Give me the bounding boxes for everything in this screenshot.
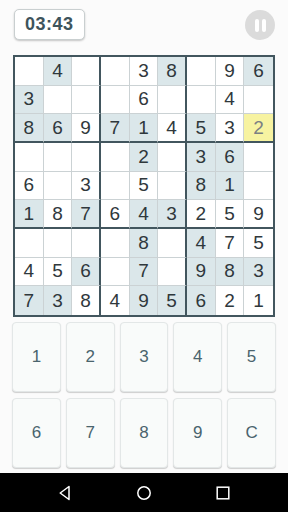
cell-r7c1[interactable] [15,229,44,258]
cell-r9c9[interactable]: 1 [244,286,273,315]
cell-r8c2[interactable]: 5 [44,258,73,287]
cell-r6c4[interactable]: 6 [101,200,130,229]
cell-r3c8[interactable]: 3 [216,114,245,143]
keypad-row-2: 6 7 8 9 C [12,398,276,468]
cell-r5c9[interactable] [244,172,273,201]
cell-r2c6[interactable] [158,86,187,115]
cell-r4c9[interactable] [244,143,273,172]
cell-r8c1[interactable]: 4 [15,258,44,287]
cell-r9c3[interactable]: 8 [72,286,101,315]
back-button[interactable] [56,484,74,502]
cell-r9c5[interactable]: 9 [130,286,159,315]
cell-r8c3[interactable]: 6 [72,258,101,287]
pause-button[interactable] [245,10,275,40]
pause-icon [262,19,266,32]
cell-r2c2[interactable] [44,86,73,115]
cell-r1c6[interactable]: 8 [158,57,187,86]
cell-r9c4[interactable]: 4 [101,286,130,315]
cell-r1c3[interactable] [72,57,101,86]
cell-r3c6[interactable]: 4 [158,114,187,143]
pause-icon [255,19,259,32]
header: 03:43 [0,0,288,55]
cell-r1c9[interactable]: 6 [244,57,273,86]
cell-r2c5[interactable]: 6 [130,86,159,115]
cell-r2c7[interactable] [187,86,216,115]
cell-r3c5[interactable]: 1 [130,114,159,143]
cell-r9c6[interactable]: 5 [158,286,187,315]
key-clear[interactable]: C [227,398,276,468]
cell-r2c1[interactable]: 3 [15,86,44,115]
cell-r5c3[interactable]: 3 [72,172,101,201]
keypad: 1 2 3 4 5 6 7 8 9 C [12,322,276,468]
cell-r5c2[interactable] [44,172,73,201]
cell-r8c8[interactable]: 8 [216,258,245,287]
timer-value: 03:43 [25,14,74,34]
key-1[interactable]: 1 [12,322,61,392]
keypad-row-1: 1 2 3 4 5 [12,322,276,392]
cell-r7c3[interactable] [72,229,101,258]
cell-r5c7[interactable]: 8 [187,172,216,201]
cell-r4c2[interactable] [44,143,73,172]
key-9[interactable]: 9 [173,398,222,468]
cell-r6c1[interactable]: 1 [15,200,44,229]
cell-r2c3[interactable] [72,86,101,115]
cell-r5c4[interactable] [101,172,130,201]
cell-r9c2[interactable]: 3 [44,286,73,315]
cell-r8c5[interactable]: 7 [130,258,159,287]
cell-r7c2[interactable] [44,229,73,258]
key-4[interactable]: 4 [173,322,222,392]
cell-r9c1[interactable]: 7 [15,286,44,315]
cell-r5c8[interactable]: 1 [216,172,245,201]
key-6[interactable]: 6 [12,398,61,468]
cell-r1c7[interactable] [187,57,216,86]
cell-r3c3[interactable]: 9 [72,114,101,143]
cell-r3c7[interactable]: 5 [187,114,216,143]
key-2[interactable]: 2 [66,322,115,392]
cell-r7c8[interactable]: 7 [216,229,245,258]
cell-r7c6[interactable] [158,229,187,258]
cell-r4c7[interactable]: 3 [187,143,216,172]
cell-r5c5[interactable]: 5 [130,172,159,201]
cell-r2c4[interactable] [101,86,130,115]
key-7[interactable]: 7 [66,398,115,468]
cell-r6c7[interactable]: 2 [187,200,216,229]
cell-r8c9[interactable]: 3 [244,258,273,287]
recents-icon [215,485,231,501]
cell-r8c6[interactable] [158,258,187,287]
cell-r1c5[interactable]: 3 [130,57,159,86]
cell-r8c4[interactable] [101,258,130,287]
cell-r8c7[interactable]: 9 [187,258,216,287]
cell-r3c1[interactable]: 8 [15,114,44,143]
cell-r4c6[interactable] [158,143,187,172]
home-button[interactable] [135,484,153,502]
home-icon [136,485,152,501]
cell-r4c1[interactable] [15,143,44,172]
cell-r9c8[interactable]: 2 [216,286,245,315]
cell-r1c8[interactable]: 9 [216,57,245,86]
sudoku-board: 4389636486971453223663581187643259847545… [13,55,275,317]
cell-r3c2[interactable]: 6 [44,114,73,143]
cell-r7c4[interactable] [101,229,130,258]
cell-r7c9[interactable]: 5 [244,229,273,258]
cell-r9c7[interactable]: 6 [187,286,216,315]
key-8[interactable]: 8 [120,398,169,468]
cell-r5c1[interactable]: 6 [15,172,44,201]
cell-r1c4[interactable] [101,57,130,86]
back-icon [57,485,73,501]
cell-r2c9[interactable] [244,86,273,115]
cell-r4c3[interactable] [72,143,101,172]
cell-r6c6[interactable]: 3 [158,200,187,229]
recents-button[interactable] [214,484,232,502]
timer: 03:43 [14,9,85,40]
cell-r6c9[interactable]: 9 [244,200,273,229]
cell-r7c5[interactable]: 8 [130,229,159,258]
cell-r4c4[interactable] [101,143,130,172]
cell-r2c8[interactable]: 4 [216,86,245,115]
cell-r6c8[interactable]: 5 [216,200,245,229]
cell-r1c1[interactable] [15,57,44,86]
cell-r4c5[interactable]: 2 [130,143,159,172]
android-navbar [0,473,288,512]
cell-r4c8[interactable]: 6 [216,143,245,172]
key-5[interactable]: 5 [227,322,276,392]
cell-r6c3[interactable]: 7 [72,200,101,229]
cell-r7c7[interactable]: 4 [187,229,216,258]
cell-r3c9[interactable]: 2 [244,114,273,143]
cell-r1c2[interactable]: 4 [44,57,73,86]
cell-r6c2[interactable]: 8 [44,200,73,229]
cell-r3c4[interactable]: 7 [101,114,130,143]
cell-r6c5[interactable]: 4 [130,200,159,229]
key-3[interactable]: 3 [120,322,169,392]
cell-r5c6[interactable] [158,172,187,201]
